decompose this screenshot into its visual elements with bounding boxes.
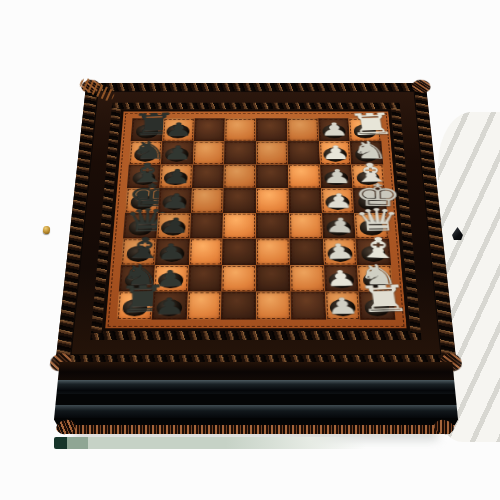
square[interactable] — [187, 265, 222, 292]
braid-trim — [54, 425, 458, 434]
rope-border-outer-top — [85, 83, 426, 92]
square[interactable]: ♟ — [318, 118, 350, 141]
square[interactable] — [225, 118, 256, 141]
white-pawn[interactable]: ♟ — [324, 295, 361, 317]
white-rook[interactable]: ♜ — [346, 110, 381, 139]
square[interactable]: ♟ — [322, 213, 356, 238]
square[interactable]: ♝ — [127, 164, 161, 188]
brass-pin — [42, 226, 50, 235]
square[interactable] — [256, 141, 288, 164]
square[interactable] — [222, 238, 256, 264]
square[interactable]: ♟ — [322, 238, 357, 264]
square[interactable] — [223, 213, 256, 238]
white-knight[interactable]: ♞ — [357, 262, 393, 288]
chess-case-top: ♜♟♟♜♞♟♟♞♝♟♟♝♚♟♟♚♛♟♟♛♝♟♟♝♞♟♟♞♜♟♟♜ — [55, 83, 457, 367]
square[interactable] — [224, 164, 256, 188]
square[interactable] — [191, 164, 224, 188]
square[interactable] — [256, 265, 290, 292]
square[interactable]: ♛ — [123, 213, 158, 238]
corner-braid — [412, 80, 432, 93]
rope-border-inner-bottom — [90, 331, 421, 340]
square[interactable] — [190, 213, 224, 238]
black-knight[interactable]: ♞ — [119, 262, 155, 288]
black-rook[interactable]: ♜ — [130, 110, 162, 139]
square[interactable]: ♝ — [351, 164, 385, 188]
black-pawn[interactable]: ♟ — [154, 241, 189, 262]
square[interactable] — [186, 292, 221, 320]
white-pawn[interactable]: ♟ — [322, 215, 356, 236]
square[interactable] — [256, 118, 287, 141]
white-pawn[interactable]: ♟ — [322, 267, 359, 289]
moulding-band — [54, 405, 458, 418]
square[interactable]: ♟ — [151, 292, 187, 320]
case-front-moulding — [54, 362, 458, 434]
moulding-band — [54, 394, 458, 405]
square[interactable] — [290, 265, 325, 292]
square[interactable] — [193, 118, 225, 141]
square[interactable] — [224, 141, 256, 164]
square[interactable]: ♛ — [354, 213, 389, 238]
square[interactable] — [256, 164, 288, 188]
moulding-band — [54, 362, 458, 380]
square[interactable]: ♜ — [117, 292, 153, 320]
white-pawn[interactable]: ♟ — [320, 241, 357, 262]
square[interactable] — [290, 292, 325, 320]
square[interactable]: ♟ — [325, 292, 361, 320]
square[interactable] — [221, 292, 256, 320]
square[interactable] — [256, 238, 290, 264]
white-pawn[interactable]: ♟ — [318, 121, 350, 138]
square[interactable] — [287, 141, 319, 164]
square[interactable]: ♟ — [159, 164, 192, 188]
white-pawn[interactable]: ♟ — [320, 167, 352, 186]
moulding-band — [54, 418, 458, 425]
square[interactable]: ♟ — [319, 141, 352, 164]
square[interactable]: ♜ — [359, 292, 395, 320]
square[interactable] — [289, 213, 323, 238]
square[interactable] — [188, 238, 222, 264]
square[interactable] — [192, 141, 224, 164]
photo-backdrop: ♜♟♟♜♞♟♟♞♝♟♟♝♚♟♟♚♛♟♟♛♝♟♟♝♞♟♟♞♜♟♟♜ — [0, 0, 500, 500]
white-pawn[interactable]: ♟ — [319, 144, 351, 162]
square[interactable] — [287, 118, 319, 141]
square[interactable]: ♟ — [320, 164, 353, 188]
table-edge — [54, 437, 366, 449]
square[interactable] — [256, 292, 291, 320]
square[interactable] — [289, 238, 323, 264]
moulding-band — [54, 380, 458, 394]
square[interactable] — [288, 164, 321, 188]
black-pawn[interactable]: ♟ — [152, 295, 187, 317]
square[interactable]: ♟ — [156, 213, 190, 238]
square[interactable] — [256, 213, 289, 238]
square[interactable] — [222, 265, 256, 292]
square[interactable]: ♟ — [324, 265, 359, 292]
